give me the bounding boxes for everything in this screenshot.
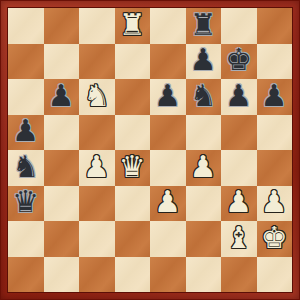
black-pawn-g6[interactable]: ♟ <box>225 81 252 111</box>
square-a7[interactable] <box>8 44 44 80</box>
square-d8[interactable]: ♜ <box>115 8 151 44</box>
square-a4[interactable]: ♞ <box>8 150 44 186</box>
square-e5[interactable] <box>150 115 186 151</box>
square-f5[interactable] <box>186 115 222 151</box>
square-h1[interactable] <box>257 257 293 293</box>
square-e4[interactable] <box>150 150 186 186</box>
square-f3[interactable] <box>186 186 222 222</box>
square-c1[interactable] <box>79 257 115 293</box>
square-b2[interactable] <box>44 221 80 257</box>
square-g5[interactable] <box>221 115 257 151</box>
square-g3[interactable]: ♟ <box>221 186 257 222</box>
square-a1[interactable] <box>8 257 44 293</box>
square-h3[interactable]: ♟ <box>257 186 293 222</box>
square-g1[interactable] <box>221 257 257 293</box>
white-pawn-g3[interactable]: ♟ <box>225 187 252 217</box>
square-g2[interactable]: ♝ <box>221 221 257 257</box>
square-b1[interactable] <box>44 257 80 293</box>
square-a6[interactable] <box>8 79 44 115</box>
square-d3[interactable] <box>115 186 151 222</box>
black-queen-a3[interactable]: ♛ <box>12 187 39 217</box>
square-c3[interactable] <box>79 186 115 222</box>
square-c6[interactable]: ♞ <box>79 79 115 115</box>
square-f8[interactable]: ♜ <box>186 8 222 44</box>
square-g8[interactable] <box>221 8 257 44</box>
chess-board-frame: ♜♜♟♚♟♞♟♞♟♟♟♞♟♛♟♛♟♟♟♝♚ <box>0 0 300 300</box>
white-queen-d4[interactable]: ♛ <box>119 152 146 182</box>
square-e1[interactable] <box>150 257 186 293</box>
square-e8[interactable] <box>150 8 186 44</box>
black-knight-f6[interactable]: ♞ <box>190 81 217 111</box>
square-h4[interactable] <box>257 150 293 186</box>
square-d6[interactable] <box>115 79 151 115</box>
square-a2[interactable] <box>8 221 44 257</box>
square-f1[interactable] <box>186 257 222 293</box>
square-h2[interactable]: ♚ <box>257 221 293 257</box>
square-c7[interactable] <box>79 44 115 80</box>
square-e2[interactable] <box>150 221 186 257</box>
chess-board: ♜♜♟♚♟♞♟♞♟♟♟♞♟♛♟♛♟♟♟♝♚ <box>8 8 292 292</box>
square-g6[interactable]: ♟ <box>221 79 257 115</box>
white-rook-d8[interactable]: ♜ <box>119 10 146 40</box>
square-f6[interactable]: ♞ <box>186 79 222 115</box>
square-h5[interactable] <box>257 115 293 151</box>
white-knight-c6[interactable]: ♞ <box>83 81 110 111</box>
square-b7[interactable] <box>44 44 80 80</box>
square-b4[interactable] <box>44 150 80 186</box>
square-f2[interactable] <box>186 221 222 257</box>
square-c4[interactable]: ♟ <box>79 150 115 186</box>
square-f7[interactable]: ♟ <box>186 44 222 80</box>
white-king-h2[interactable]: ♚ <box>261 223 288 253</box>
square-f4[interactable]: ♟ <box>186 150 222 186</box>
square-d1[interactable] <box>115 257 151 293</box>
square-b6[interactable]: ♟ <box>44 79 80 115</box>
black-rook-f8[interactable]: ♜ <box>190 10 217 40</box>
square-e3[interactable]: ♟ <box>150 186 186 222</box>
black-pawn-a5[interactable]: ♟ <box>12 116 39 146</box>
square-g7[interactable]: ♚ <box>221 44 257 80</box>
square-g4[interactable] <box>221 150 257 186</box>
square-c2[interactable] <box>79 221 115 257</box>
square-a3[interactable]: ♛ <box>8 186 44 222</box>
square-a5[interactable]: ♟ <box>8 115 44 151</box>
square-d4[interactable]: ♛ <box>115 150 151 186</box>
square-b5[interactable] <box>44 115 80 151</box>
square-d2[interactable] <box>115 221 151 257</box>
white-pawn-c4[interactable]: ♟ <box>83 152 110 182</box>
square-c8[interactable] <box>79 8 115 44</box>
square-h7[interactable] <box>257 44 293 80</box>
square-e6[interactable]: ♟ <box>150 79 186 115</box>
white-bishop-g2[interactable]: ♝ <box>225 223 252 253</box>
square-h6[interactable]: ♟ <box>257 79 293 115</box>
white-pawn-e3[interactable]: ♟ <box>154 187 181 217</box>
square-e7[interactable] <box>150 44 186 80</box>
square-b3[interactable] <box>44 186 80 222</box>
black-pawn-b6[interactable]: ♟ <box>48 81 75 111</box>
square-a8[interactable] <box>8 8 44 44</box>
black-knight-a4[interactable]: ♞ <box>12 152 39 182</box>
square-h8[interactable] <box>257 8 293 44</box>
square-d5[interactable] <box>115 115 151 151</box>
square-c5[interactable] <box>79 115 115 151</box>
white-pawn-f4[interactable]: ♟ <box>190 152 217 182</box>
black-pawn-f7[interactable]: ♟ <box>190 45 217 75</box>
white-pawn-h3[interactable]: ♟ <box>261 187 288 217</box>
black-king-g7[interactable]: ♚ <box>225 45 252 75</box>
black-pawn-e6[interactable]: ♟ <box>154 81 181 111</box>
black-pawn-h6[interactable]: ♟ <box>261 81 288 111</box>
square-d7[interactable] <box>115 44 151 80</box>
square-b8[interactable] <box>44 8 80 44</box>
